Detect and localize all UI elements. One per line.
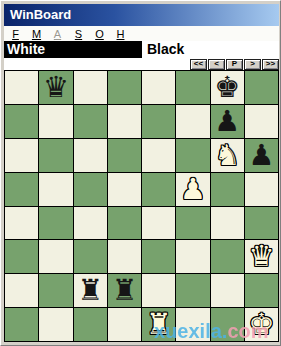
square-b7[interactable] [39,105,72,138]
square-c5[interactable] [74,173,107,206]
winboard-window: WinBoard F M A S O H White Black << < P … [0,0,281,346]
square-h8[interactable] [245,71,278,104]
square-b1[interactable] [39,308,72,341]
menu-item-mode[interactable]: M [26,28,47,40]
title-bar[interactable]: WinBoard [4,4,279,26]
square-d5[interactable] [108,173,141,206]
to-start-button[interactable]: << [190,59,207,70]
black-pawn[interactable]: ♟ [248,141,274,170]
square-g6[interactable]: ♞ [211,139,244,172]
square-g8[interactable]: ♚ [211,71,244,104]
square-b4[interactable] [39,207,72,240]
window-title: WinBoard [10,7,71,22]
square-d8[interactable] [108,71,141,104]
square-g3[interactable] [211,240,244,273]
menu-bar: F M A S O H [4,26,279,41]
black-clock-label: Black [147,41,184,57]
square-f6[interactable] [176,139,209,172]
step-forward-button[interactable]: > [244,59,261,70]
square-a8[interactable] [5,71,38,104]
square-h4[interactable] [245,207,278,240]
square-c2[interactable]: ♜ [74,274,107,307]
white-knight[interactable]: ♞ [214,141,240,170]
square-a5[interactable] [5,173,38,206]
square-b6[interactable] [39,139,72,172]
square-h7[interactable] [245,105,278,138]
square-c7[interactable] [74,105,107,138]
black-clock[interactable]: Black [142,41,279,58]
pause-button[interactable]: P [226,59,243,70]
square-e4[interactable] [142,207,175,240]
square-e2[interactable] [142,274,175,307]
square-c3[interactable] [74,240,107,273]
square-f8[interactable] [176,71,209,104]
square-e6[interactable] [142,139,175,172]
to-end-button[interactable]: >> [262,59,279,70]
square-b5[interactable] [39,173,72,206]
square-f2[interactable] [176,274,209,307]
black-king[interactable]: ♚ [214,73,240,102]
square-h1[interactable]: ♚ [245,308,278,341]
square-c8[interactable] [74,71,107,104]
square-h5[interactable] [245,173,278,206]
menu-item-help[interactable]: H [110,28,131,40]
square-b2[interactable] [39,274,72,307]
square-f4[interactable] [176,207,209,240]
square-e7[interactable] [142,105,175,138]
white-clock[interactable]: White [4,41,142,58]
black-pawn[interactable]: ♟ [214,107,240,136]
navigation-row: << < P > >> [4,58,279,70]
white-king[interactable]: ♚ [248,310,274,339]
menu-item-step[interactable]: S [68,28,89,40]
square-a2[interactable] [5,274,38,307]
square-e5[interactable] [142,173,175,206]
square-f3[interactable] [176,240,209,273]
square-b3[interactable] [39,240,72,273]
square-d3[interactable] [108,240,141,273]
square-e3[interactable] [142,240,175,273]
chess-board: ♛♚♟♞♟♟♛♜♜♜♚ [4,70,279,342]
menu-item-options[interactable]: O [89,28,110,40]
square-d2[interactable]: ♜ [108,274,141,307]
square-e8[interactable] [142,71,175,104]
black-rook[interactable]: ♜ [77,276,103,305]
square-g1[interactable] [211,308,244,341]
square-g7[interactable]: ♟ [211,105,244,138]
white-pawn[interactable]: ♟ [180,175,206,204]
square-h6[interactable]: ♟ [245,139,278,172]
square-h3[interactable]: ♛ [245,240,278,273]
square-e1[interactable]: ♜ [142,308,175,341]
square-a7[interactable] [5,105,38,138]
square-c6[interactable] [74,139,107,172]
step-back-button[interactable]: < [208,59,225,70]
black-rook[interactable]: ♜ [111,276,137,305]
square-d6[interactable] [108,139,141,172]
square-a1[interactable] [5,308,38,341]
square-g2[interactable] [211,274,244,307]
square-a3[interactable] [5,240,38,273]
square-h2[interactable] [245,274,278,307]
square-g5[interactable] [211,173,244,206]
square-d4[interactable] [108,207,141,240]
square-f1[interactable] [176,308,209,341]
square-c1[interactable] [74,308,107,341]
square-a4[interactable] [5,207,38,240]
menu-item-file[interactable]: F [5,28,26,40]
white-clock-label: White [7,41,45,57]
clock-row: White Black [4,41,279,58]
white-rook[interactable]: ♜ [146,310,172,339]
square-f7[interactable] [176,105,209,138]
black-queen[interactable]: ♛ [43,73,69,102]
square-d1[interactable] [108,308,141,341]
square-f5[interactable]: ♟ [176,173,209,206]
white-queen[interactable]: ♛ [248,242,274,271]
menu-item-action[interactable]: A [47,28,68,40]
square-b8[interactable]: ♛ [39,71,72,104]
square-d7[interactable] [108,105,141,138]
square-a6[interactable] [5,139,38,172]
square-g4[interactable] [211,207,244,240]
square-c4[interactable] [74,207,107,240]
